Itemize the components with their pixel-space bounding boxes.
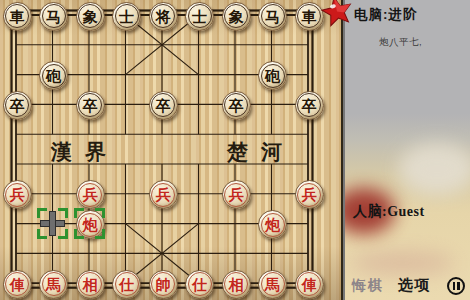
piece-character: 马 <box>265 9 280 24</box>
xiangqi-board[interactable]: 漢界 楚河 車马象士将士象马車砲砲卒卒卒卒卒兵兵兵兵兵炮炮俥馬相仕帥仕相馬俥 <box>0 0 343 300</box>
crosshair-cursor[interactable] <box>41 212 64 235</box>
black-piece-卒[interactable]: 卒 <box>222 91 251 120</box>
piece-character: 砲 <box>265 69 280 84</box>
black-piece-車[interactable]: 車 <box>3 2 32 31</box>
piece-character: 砲 <box>46 69 61 84</box>
red-piece-兵[interactable]: 兵 <box>76 180 105 209</box>
black-piece-卒[interactable]: 卒 <box>3 91 32 120</box>
bottom-toolbar: 悔棋 选项 <box>345 276 470 295</box>
piece-character: 兵 <box>229 188 244 203</box>
piece-character: 俥 <box>302 277 317 292</box>
piece-character: 卒 <box>229 98 244 113</box>
piece-character: 象 <box>83 9 98 24</box>
selection-to-marker <box>74 208 105 239</box>
red-piece-兵[interactable]: 兵 <box>3 180 32 209</box>
piece-character: 兵 <box>10 188 25 203</box>
piece-character: 卒 <box>156 98 171 113</box>
black-piece-砲[interactable]: 砲 <box>258 61 287 90</box>
black-piece-卒[interactable]: 卒 <box>149 91 178 120</box>
background-blur-blob <box>350 252 455 274</box>
piece-character: 卒 <box>10 98 25 113</box>
pause-icon[interactable] <box>447 277 465 295</box>
black-piece-马[interactable]: 马 <box>39 2 68 31</box>
piece-character: 車 <box>10 9 25 24</box>
piece-character: 相 <box>229 277 244 292</box>
piece-character: 象 <box>229 9 244 24</box>
red-piece-仕[interactable]: 仕 <box>185 270 214 299</box>
piece-character: 士 <box>119 9 134 24</box>
options-button[interactable]: 选项 <box>398 276 431 295</box>
red-piece-仕[interactable]: 仕 <box>112 270 141 299</box>
red-piece-馬[interactable]: 馬 <box>258 270 287 299</box>
piece-character: 俥 <box>10 277 25 292</box>
piece-character: 卒 <box>83 98 98 113</box>
piece-character: 炮 <box>265 218 280 233</box>
human-player-label: 人脑:Guest <box>353 203 425 221</box>
piece-character: 兵 <box>83 188 98 203</box>
piece-character: 帥 <box>156 277 171 292</box>
piece-character: 馬 <box>46 277 61 292</box>
river-label-hanjie: 漢界 <box>51 138 119 166</box>
black-piece-卒[interactable]: 卒 <box>76 91 105 120</box>
black-piece-象[interactable]: 象 <box>76 2 105 31</box>
red-piece-兵[interactable]: 兵 <box>295 180 324 209</box>
river-label-chuhe: 楚河 <box>227 138 295 166</box>
black-piece-卒[interactable]: 卒 <box>295 91 324 120</box>
red-piece-兵[interactable]: 兵 <box>222 180 251 209</box>
piece-character: 相 <box>83 277 98 292</box>
move-history: 炮八平七, <box>379 36 422 49</box>
black-piece-士[interactable]: 士 <box>185 2 214 31</box>
xiangqi-app-window: 漢界 楚河 車马象士将士象马車砲砲卒卒卒卒卒兵兵兵兵兵炮炮俥馬相仕帥仕相馬俥 电… <box>0 0 470 300</box>
red-piece-兵[interactable]: 兵 <box>149 180 178 209</box>
red-piece-相[interactable]: 相 <box>76 270 105 299</box>
piece-character: 仕 <box>192 277 207 292</box>
red-piece-炮[interactable]: 炮 <box>258 210 287 239</box>
piece-character: 卒 <box>302 98 317 113</box>
piece-character: 马 <box>46 9 61 24</box>
undo-move-button[interactable]: 悔棋 <box>352 277 383 295</box>
red-piece-馬[interactable]: 馬 <box>39 270 68 299</box>
red-piece-帥[interactable]: 帥 <box>149 270 178 299</box>
background-blur-blob <box>398 143 470 195</box>
piece-character: 将 <box>156 9 171 24</box>
sidebar: 电脑:进阶 炮八平七, 人脑:Guest 悔棋 选项 <box>345 0 470 300</box>
piece-character: 仕 <box>119 277 134 292</box>
black-piece-士[interactable]: 士 <box>112 2 141 31</box>
red-piece-俥[interactable]: 俥 <box>295 270 324 299</box>
red-piece-俥[interactable]: 俥 <box>3 270 32 299</box>
black-piece-砲[interactable]: 砲 <box>39 61 68 90</box>
piece-character: 兵 <box>302 188 317 203</box>
red-piece-相[interactable]: 相 <box>222 270 251 299</box>
star-icon <box>320 0 354 28</box>
black-piece-象[interactable]: 象 <box>222 2 251 31</box>
piece-character: 兵 <box>156 188 171 203</box>
piece-character: 士 <box>192 9 207 24</box>
black-piece-将[interactable]: 将 <box>149 2 178 31</box>
piece-character: 馬 <box>265 277 280 292</box>
computer-player-label: 电脑:进阶 <box>354 6 418 24</box>
black-piece-马[interactable]: 马 <box>258 2 287 31</box>
piece-character: 車 <box>302 9 317 24</box>
